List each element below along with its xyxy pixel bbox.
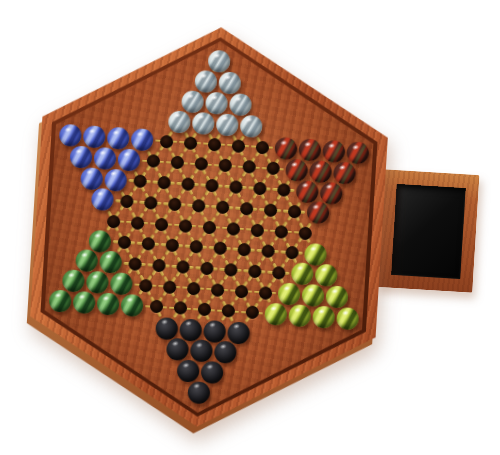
hole[interactable] (157, 176, 171, 190)
marble-yellow-green[interactable] (301, 284, 324, 307)
hole[interactable] (271, 266, 285, 280)
marble-white-pearl[interactable] (207, 50, 230, 73)
marble-black[interactable] (166, 338, 189, 361)
hole[interactable] (106, 214, 120, 228)
marble-green[interactable] (88, 229, 111, 252)
hole[interactable] (186, 281, 200, 295)
hole[interactable] (250, 223, 264, 237)
board-wood-rim (24, 17, 394, 437)
hole[interactable] (263, 203, 277, 217)
marble-yellow-green[interactable] (315, 264, 338, 287)
hole[interactable] (128, 257, 142, 271)
marble-black[interactable] (200, 361, 223, 384)
hole[interactable] (277, 183, 291, 197)
chinese-checkers-product-photo (0, 0, 500, 455)
marble-blue[interactable] (107, 127, 130, 150)
marble-green[interactable] (99, 251, 122, 274)
marble-blue[interactable] (91, 188, 114, 211)
marble-black[interactable] (190, 339, 213, 362)
marble-blue[interactable] (117, 148, 140, 171)
marble-black-red-swirl[interactable] (298, 139, 321, 162)
hole[interactable] (247, 264, 261, 278)
hole[interactable] (162, 280, 176, 294)
hole[interactable] (159, 135, 173, 149)
hole[interactable] (152, 258, 166, 272)
hole[interactable] (130, 216, 144, 230)
hole[interactable] (207, 137, 221, 151)
hole[interactable] (255, 140, 269, 154)
hole[interactable] (154, 217, 168, 231)
marble-black-red-swirl[interactable] (346, 141, 369, 164)
marble-white-pearl[interactable] (205, 91, 228, 114)
marble-white-pearl[interactable] (192, 111, 215, 134)
marble-black-red-swirl[interactable] (296, 180, 319, 203)
marble-black-red-swirl[interactable] (322, 140, 345, 163)
marble-green[interactable] (110, 272, 133, 295)
hole[interactable] (210, 283, 224, 297)
hole[interactable] (133, 174, 147, 188)
hole[interactable] (181, 177, 195, 191)
marble-black-red-swirl[interactable] (274, 137, 297, 160)
marble-black[interactable] (203, 319, 226, 342)
marble-green[interactable] (49, 289, 72, 312)
hole[interactable] (120, 194, 134, 208)
marble-yellow-green[interactable] (288, 304, 311, 327)
marble-blue[interactable] (80, 167, 103, 190)
marble-green[interactable] (120, 294, 143, 317)
hole[interactable] (191, 199, 205, 213)
marble-white-pearl[interactable] (168, 110, 191, 133)
marble-blue[interactable] (83, 125, 106, 148)
hole[interactable] (229, 180, 243, 194)
marble-black[interactable] (227, 321, 250, 344)
hole[interactable] (234, 284, 248, 298)
hole[interactable] (167, 197, 181, 211)
hole[interactable] (205, 179, 219, 193)
star-grid (24, 17, 394, 437)
hole[interactable] (258, 286, 272, 300)
marble-white-pearl[interactable] (229, 93, 252, 116)
hole[interactable] (287, 205, 301, 219)
marble-black-red-swirl[interactable] (285, 158, 308, 181)
marble-yellow-green[interactable] (304, 243, 327, 266)
marble-blue[interactable] (131, 128, 154, 151)
marble-white-pearl[interactable] (194, 70, 217, 93)
marble-black[interactable] (177, 359, 200, 382)
marble-blue[interactable] (104, 168, 127, 191)
marble-white-pearl[interactable] (216, 113, 239, 136)
marble-green[interactable] (96, 292, 119, 315)
marble-black[interactable] (187, 381, 210, 404)
hole[interactable] (183, 136, 197, 150)
hole[interactable] (231, 139, 245, 153)
hole[interactable] (176, 260, 190, 274)
marble-green[interactable] (62, 269, 85, 292)
hole[interactable] (200, 261, 214, 275)
marble-black-red-swirl[interactable] (320, 181, 343, 204)
marble-blue[interactable] (93, 147, 116, 170)
marble-black[interactable] (155, 316, 178, 339)
marble-white-pearl[interactable] (218, 71, 241, 94)
marble-yellow-green[interactable] (312, 305, 335, 328)
hole[interactable] (226, 222, 240, 236)
marble-green[interactable] (86, 271, 109, 294)
marble-black-red-swirl[interactable] (309, 160, 332, 183)
marble-yellow-green[interactable] (264, 302, 287, 325)
marble-black[interactable] (214, 341, 237, 364)
chinese-checkers-board (24, 17, 394, 437)
marble-green[interactable] (73, 291, 96, 314)
hole[interactable] (143, 196, 157, 210)
marble-white-pearl[interactable] (240, 114, 263, 137)
marble-black-red-swirl[interactable] (306, 201, 329, 224)
hole[interactable] (224, 263, 238, 277)
storage-drawer (376, 169, 479, 293)
marble-yellow-green[interactable] (277, 282, 300, 305)
hole[interactable] (202, 220, 216, 234)
hole[interactable] (178, 219, 192, 233)
drawer-felt-lining (391, 184, 465, 279)
hole[interactable] (215, 200, 229, 214)
hole[interactable] (274, 225, 288, 239)
marble-black-red-swirl[interactable] (333, 161, 356, 184)
hole[interactable] (239, 202, 253, 216)
marble-green[interactable] (75, 249, 98, 272)
marble-blue[interactable] (69, 145, 92, 168)
hole[interactable] (253, 182, 267, 196)
hole[interactable] (298, 226, 312, 240)
hole[interactable] (138, 278, 152, 292)
marble-yellow-green[interactable] (291, 263, 314, 286)
marble-blue[interactable] (59, 124, 82, 147)
marble-yellow-green[interactable] (325, 285, 348, 308)
hole[interactable] (149, 300, 163, 314)
marble-yellow-green[interactable] (336, 307, 359, 330)
marble-black[interactable] (179, 318, 202, 341)
marble-white-pearl[interactable] (181, 90, 204, 113)
